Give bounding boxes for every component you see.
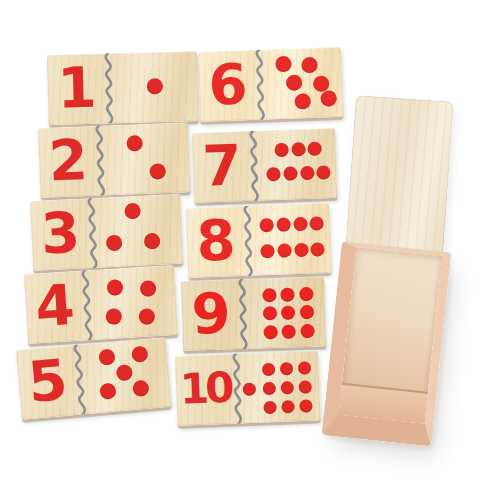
dots-tile-2 (104, 125, 185, 190)
count-dot (286, 74, 303, 91)
count-dot (106, 235, 123, 252)
count-dot (243, 383, 256, 396)
tile-numeral: 1 (57, 60, 97, 117)
count-dot (280, 362, 293, 375)
count-dot (299, 380, 312, 393)
count-dot (115, 364, 132, 381)
number-tile-9: 9 (181, 279, 241, 351)
tile-numeral: 2 (48, 132, 89, 189)
tile-numeral: 10 (179, 367, 231, 411)
dots-tile-4 (90, 268, 173, 335)
count-dot (293, 217, 307, 231)
count-dot (281, 306, 295, 320)
count-dot (301, 57, 318, 74)
count-dot (139, 280, 156, 297)
number-tile-7: 7 (192, 131, 252, 203)
count-dot (126, 135, 143, 152)
count-dot (262, 306, 276, 320)
count-dot (125, 203, 142, 220)
tile-numeral: 3 (40, 205, 82, 263)
puzzle-plank-4: 4 (24, 265, 178, 344)
tile-numeral: 7 (202, 137, 243, 194)
count-dot (264, 401, 277, 414)
tile-numeral: 9 (191, 285, 232, 342)
tile-numeral: 4 (34, 277, 76, 335)
count-dot (106, 279, 123, 296)
dots-tile-7 (258, 131, 332, 195)
number-tile-10: 10 (175, 354, 236, 426)
count-dot (263, 325, 277, 339)
count-dot (282, 324, 296, 338)
tile-numeral: 8 (196, 212, 237, 269)
dots-tile-10 (241, 354, 315, 419)
count-dot (308, 142, 322, 156)
count-dot (310, 243, 324, 257)
tile-numeral: 6 (208, 56, 249, 113)
puzzle-plank-1: 1 (47, 51, 199, 125)
dots-tile-8 (252, 206, 326, 270)
count-dot (300, 399, 313, 412)
count-dot (132, 379, 149, 396)
count-dot (262, 362, 275, 375)
dots-tile-9 (247, 280, 321, 344)
count-dot (275, 56, 292, 73)
count-dot (294, 243, 308, 257)
count-dot (291, 142, 305, 156)
count-dot (300, 305, 314, 319)
count-dot (281, 381, 294, 394)
count-dot (283, 166, 297, 180)
puzzle-plank-10: 10 (175, 351, 321, 426)
count-dot (260, 218, 274, 232)
count-dot (274, 143, 288, 157)
dots-tile-1 (113, 54, 194, 118)
count-dot (300, 324, 314, 338)
count-dot (267, 167, 281, 181)
count-dot (263, 382, 276, 395)
number-tile-8: 8 (186, 206, 246, 278)
product-photo: 16273849510 (0, 0, 500, 500)
count-dot (138, 308, 155, 325)
count-dot (299, 286, 313, 300)
count-dot (105, 308, 122, 325)
number-tile-3: 3 (30, 198, 91, 271)
count-dot (281, 287, 295, 301)
count-dot (277, 244, 291, 258)
count-dot (309, 217, 323, 231)
count-dot (321, 90, 338, 107)
dots-tile-3 (96, 197, 178, 263)
puzzle-plank-2: 2 (38, 122, 191, 198)
count-dot (276, 218, 290, 232)
count-dot (300, 166, 314, 180)
dots-tile-5 (82, 340, 166, 409)
count-dot (150, 163, 167, 180)
tile-numeral: 5 (26, 352, 70, 411)
puzzle-plank-8: 8 (186, 203, 331, 278)
count-dot (143, 233, 160, 250)
puzzle-plank-7: 7 (192, 128, 337, 203)
storage-box (322, 241, 452, 446)
number-tile-6: 6 (198, 50, 258, 122)
number-tile-4: 4 (24, 270, 86, 343)
number-tile-2: 2 (38, 126, 99, 198)
count-dot (298, 361, 311, 374)
count-dot (261, 244, 275, 258)
puzzle-plank-9: 9 (181, 277, 326, 351)
dots-tile-6 (264, 50, 338, 114)
count-dot (295, 93, 312, 110)
number-tile-1: 1 (47, 53, 107, 124)
puzzle-plank-6: 6 (198, 47, 343, 122)
number-tile-5: 5 (16, 345, 80, 420)
count-dot (262, 288, 276, 302)
count-dot (316, 165, 330, 179)
puzzle-plank-5: 5 (16, 337, 172, 420)
box-interior-floor (339, 383, 428, 424)
count-dot (282, 400, 295, 413)
count-dot (99, 382, 116, 399)
count-dot (98, 349, 115, 366)
count-dot (131, 346, 148, 363)
count-dot (147, 78, 163, 94)
puzzle-plank-3: 3 (30, 194, 183, 271)
